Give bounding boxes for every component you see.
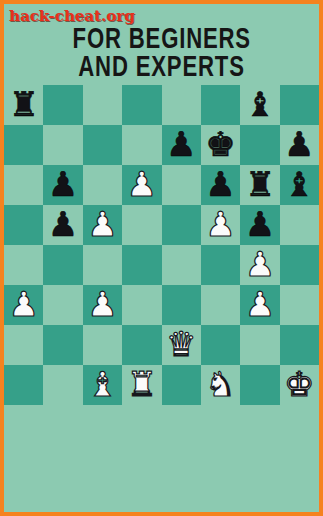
- square-e7[interactable]: ♟: [162, 125, 201, 165]
- square-b3[interactable]: [43, 285, 82, 325]
- square-c8[interactable]: [83, 85, 122, 125]
- square-b4[interactable]: [43, 245, 82, 285]
- square-e5[interactable]: [162, 205, 201, 245]
- square-a5[interactable]: [4, 205, 43, 245]
- square-h3[interactable]: [280, 285, 319, 325]
- watermark-text: hack-cheat.org: [9, 7, 135, 25]
- square-e4[interactable]: [162, 245, 201, 285]
- piece-white-king: ♚: [284, 365, 314, 404]
- square-d2[interactable]: [122, 325, 161, 365]
- piece-black-king: ♚: [205, 125, 235, 164]
- square-c4[interactable]: [83, 245, 122, 285]
- square-d7[interactable]: [122, 125, 161, 165]
- square-g7[interactable]: [240, 125, 279, 165]
- piece-black-pawn: ♟: [166, 125, 196, 164]
- app-frame: hack-cheat.org FOR BEGINERS AND EXPERTS …: [0, 0, 323, 516]
- piece-black-bishop: ♝: [284, 165, 314, 204]
- square-f5[interactable]: ♟: [201, 205, 240, 245]
- square-g3[interactable]: ♟: [240, 285, 279, 325]
- piece-white-knight: ♞: [205, 365, 235, 404]
- square-c6[interactable]: [83, 165, 122, 205]
- square-a2[interactable]: [4, 325, 43, 365]
- piece-white-pawn: ♟: [127, 165, 157, 204]
- chess-board: ♜♝♟♚♟♟♟♟♜♝♟♟♟♟♟♟♟♟♛♝♜♞♚: [4, 85, 319, 405]
- square-f2[interactable]: [201, 325, 240, 365]
- square-f3[interactable]: [201, 285, 240, 325]
- square-g6[interactable]: ♜: [240, 165, 279, 205]
- square-e6[interactable]: [162, 165, 201, 205]
- square-d1[interactable]: ♜: [122, 365, 161, 405]
- square-d8[interactable]: [122, 85, 161, 125]
- piece-white-pawn: ♟: [87, 285, 117, 324]
- title-line-2: AND EXPERTS: [78, 51, 244, 82]
- square-e3[interactable]: [162, 285, 201, 325]
- footer-space: [4, 405, 319, 512]
- square-h2[interactable]: [280, 325, 319, 365]
- square-a1[interactable]: [4, 365, 43, 405]
- square-h4[interactable]: [280, 245, 319, 285]
- piece-black-pawn: ♟: [48, 165, 78, 204]
- square-g4[interactable]: ♟: [240, 245, 279, 285]
- square-d5[interactable]: [122, 205, 161, 245]
- square-f7[interactable]: ♚: [201, 125, 240, 165]
- piece-black-pawn: ♟: [245, 205, 275, 244]
- square-b5[interactable]: ♟: [43, 205, 82, 245]
- square-a8[interactable]: ♜: [4, 85, 43, 125]
- square-h8[interactable]: [280, 85, 319, 125]
- piece-white-queen: ♛: [166, 325, 196, 364]
- square-b8[interactable]: [43, 85, 82, 125]
- piece-white-pawn: ♟: [245, 285, 275, 324]
- square-b7[interactable]: [43, 125, 82, 165]
- square-d6[interactable]: ♟: [122, 165, 161, 205]
- square-g8[interactable]: ♝: [240, 85, 279, 125]
- square-c7[interactable]: [83, 125, 122, 165]
- square-h7[interactable]: ♟: [280, 125, 319, 165]
- app-content: hack-cheat.org FOR BEGINERS AND EXPERTS …: [4, 4, 319, 512]
- piece-white-pawn: ♟: [245, 245, 275, 284]
- square-f4[interactable]: [201, 245, 240, 285]
- square-g2[interactable]: [240, 325, 279, 365]
- square-f1[interactable]: ♞: [201, 365, 240, 405]
- square-d4[interactable]: [122, 245, 161, 285]
- piece-black-rook: ♜: [245, 165, 275, 204]
- square-b6[interactable]: ♟: [43, 165, 82, 205]
- piece-black-bishop: ♝: [245, 85, 275, 124]
- square-e1[interactable]: [162, 365, 201, 405]
- square-b1[interactable]: [43, 365, 82, 405]
- piece-black-rook: ♜: [8, 85, 38, 124]
- square-h1[interactable]: ♚: [280, 365, 319, 405]
- square-a3[interactable]: ♟: [4, 285, 43, 325]
- square-a4[interactable]: [4, 245, 43, 285]
- piece-black-pawn: ♟: [205, 165, 235, 204]
- square-c5[interactable]: ♟: [83, 205, 122, 245]
- square-h5[interactable]: [280, 205, 319, 245]
- piece-white-pawn: ♟: [205, 205, 235, 244]
- square-b2[interactable]: [43, 325, 82, 365]
- square-a7[interactable]: [4, 125, 43, 165]
- square-a6[interactable]: [4, 165, 43, 205]
- square-c1[interactable]: ♝: [83, 365, 122, 405]
- piece-black-pawn: ♟: [48, 205, 78, 244]
- piece-black-pawn: ♟: [284, 125, 314, 164]
- square-g5[interactable]: ♟: [240, 205, 279, 245]
- square-c3[interactable]: ♟: [83, 285, 122, 325]
- square-d3[interactable]: [122, 285, 161, 325]
- square-f8[interactable]: [201, 85, 240, 125]
- square-f6[interactable]: ♟: [201, 165, 240, 205]
- piece-white-rook: ♜: [127, 365, 157, 404]
- piece-white-bishop: ♝: [87, 365, 117, 404]
- square-h6[interactable]: ♝: [280, 165, 319, 205]
- square-e8[interactable]: [162, 85, 201, 125]
- square-g1[interactable]: [240, 365, 279, 405]
- piece-white-pawn: ♟: [8, 285, 38, 324]
- square-c2[interactable]: [83, 325, 122, 365]
- square-e2[interactable]: ♛: [162, 325, 201, 365]
- piece-white-pawn: ♟: [87, 205, 117, 244]
